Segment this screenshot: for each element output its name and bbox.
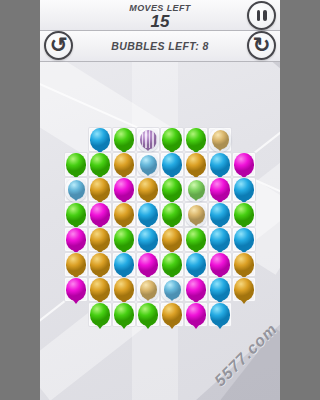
cell-r8c2[interactable]	[88, 302, 112, 327]
cell-r1c4[interactable]	[136, 127, 160, 152]
cell-r8c4[interactable]	[136, 302, 160, 327]
gold-balloon	[90, 253, 110, 276]
cell-r8c3[interactable]	[112, 302, 136, 327]
gold-balloon	[162, 303, 182, 326]
cell-r7c4[interactable]	[136, 277, 160, 302]
empty-r8c8	[232, 302, 256, 327]
gold-balloon	[140, 280, 157, 299]
magenta-balloon	[90, 203, 110, 226]
empty-r1c1	[64, 127, 88, 152]
cell-r5c8[interactable]	[232, 227, 256, 252]
gold-balloon	[186, 153, 206, 176]
cell-r7c3[interactable]	[112, 277, 136, 302]
cell-r2c5[interactable]	[160, 152, 184, 177]
cell-r7c5[interactable]	[160, 277, 184, 302]
gold-balloon	[212, 130, 229, 149]
cell-r2c7[interactable]	[208, 152, 232, 177]
blue-balloon	[234, 178, 254, 201]
redo-button[interactable]: ↻	[247, 31, 276, 60]
cell-r7c8[interactable]	[232, 277, 256, 302]
cell-r4c3[interactable]	[112, 202, 136, 227]
cell-r5c7[interactable]	[208, 227, 232, 252]
pause-button[interactable]	[247, 1, 276, 30]
cell-r5c2[interactable]	[88, 227, 112, 252]
cell-r4c7[interactable]	[208, 202, 232, 227]
cell-r5c1[interactable]	[64, 227, 88, 252]
cell-r3c7[interactable]	[208, 177, 232, 202]
gold-balloon	[234, 253, 254, 276]
bubble-shell	[137, 278, 159, 302]
cell-r7c7[interactable]	[208, 277, 232, 302]
bubble-shell	[209, 128, 231, 152]
cell-r4c2[interactable]	[88, 202, 112, 227]
gold-balloon	[90, 228, 110, 251]
cell-r5c3[interactable]	[112, 227, 136, 252]
cell-r3c6[interactable]	[184, 177, 208, 202]
blue-balloon	[140, 155, 157, 174]
green-balloon	[234, 203, 254, 226]
cell-r6c8[interactable]	[232, 252, 256, 277]
blue-balloon	[210, 203, 230, 226]
cell-r6c6[interactable]	[184, 252, 208, 277]
cell-r4c8[interactable]	[232, 202, 256, 227]
blue-balloon	[210, 153, 230, 176]
cell-r6c7[interactable]	[208, 252, 232, 277]
cell-r6c5[interactable]	[160, 252, 184, 277]
cell-r2c4[interactable]	[136, 152, 160, 177]
cell-r8c7[interactable]	[208, 302, 232, 327]
top-bar: MOVES LEFT 15	[40, 0, 280, 31]
cell-r4c5[interactable]	[160, 202, 184, 227]
cell-r1c2[interactable]	[88, 127, 112, 152]
magenta-balloon	[186, 303, 206, 326]
blue-balloon	[114, 253, 134, 276]
cell-r4c1[interactable]	[64, 202, 88, 227]
blue-balloon	[138, 203, 158, 226]
green-balloon	[90, 303, 110, 326]
blue-balloon	[210, 278, 230, 301]
bubble-shell	[185, 178, 207, 202]
magenta-balloon	[186, 278, 206, 301]
blue-balloon	[90, 128, 110, 151]
bubbles-left-label: BUBBLES LEFT: 8	[40, 40, 280, 52]
magenta-balloon	[66, 228, 86, 251]
gold-balloon	[90, 278, 110, 301]
cell-r1c7[interactable]	[208, 127, 232, 152]
blue-balloon	[164, 280, 181, 299]
bubble-shell	[137, 153, 159, 177]
cell-r6c3[interactable]	[112, 252, 136, 277]
green-balloon	[114, 303, 134, 326]
cell-r7c1[interactable]	[64, 277, 88, 302]
cell-r8c6[interactable]	[184, 302, 208, 327]
cell-r4c4[interactable]	[136, 202, 160, 227]
green-balloon	[66, 153, 86, 176]
bubble-shell	[185, 203, 207, 227]
green-balloon	[114, 228, 134, 251]
green-balloon	[90, 153, 110, 176]
cell-r7c6[interactable]	[184, 277, 208, 302]
game-screen: 5577.com MOVES LEFT 15 ↺ BUBBLES LEFT: 8…	[40, 0, 280, 400]
magenta-balloon	[66, 278, 86, 301]
cell-r1c5[interactable]	[160, 127, 184, 152]
cell-r2c3[interactable]	[112, 152, 136, 177]
magenta-balloon	[234, 153, 254, 176]
cell-r7c2[interactable]	[88, 277, 112, 302]
blue-balloon	[186, 253, 206, 276]
gold-balloon	[114, 203, 134, 226]
board	[64, 127, 256, 327]
green-balloon	[186, 228, 206, 251]
empty-r1c8	[232, 127, 256, 152]
magenta-balloon	[138, 253, 158, 276]
green-balloon	[162, 178, 182, 201]
cell-r8c5[interactable]	[160, 302, 184, 327]
green-balloon	[162, 253, 182, 276]
cell-r3c3[interactable]	[112, 177, 136, 202]
cell-r2c2[interactable]	[88, 152, 112, 177]
blue-balloon	[162, 153, 182, 176]
cell-r1c6[interactable]	[184, 127, 208, 152]
gold-balloon	[234, 278, 254, 301]
magenta-balloon	[210, 178, 230, 201]
blue-balloon	[210, 228, 230, 251]
cell-r5c4[interactable]	[136, 227, 160, 252]
green-balloon	[188, 180, 205, 199]
blue-balloon	[210, 303, 230, 326]
cell-r6c4[interactable]	[136, 252, 160, 277]
cell-r5c6[interactable]	[184, 227, 208, 252]
green-balloon	[162, 203, 182, 226]
blue-balloon	[68, 180, 85, 199]
green-balloon	[138, 303, 158, 326]
cell-r3c5[interactable]	[160, 177, 184, 202]
magenta-balloon	[210, 253, 230, 276]
green-balloon	[114, 128, 134, 151]
pause-icon	[257, 10, 267, 21]
cell-r3c4[interactable]	[136, 177, 160, 202]
cell-r3c2[interactable]	[88, 177, 112, 202]
green-balloon	[186, 128, 206, 151]
cell-r3c8[interactable]	[232, 177, 256, 202]
empty-r8c1	[64, 302, 88, 327]
green-balloon	[66, 203, 86, 226]
gold-balloon	[114, 278, 134, 301]
magenta-balloon	[114, 178, 134, 201]
bubble-shell	[161, 278, 183, 302]
cell-r2c1[interactable]	[64, 152, 88, 177]
gold-balloon	[138, 178, 158, 201]
blue-balloon	[234, 228, 254, 251]
cell-r6c1[interactable]	[64, 252, 88, 277]
moves-left-value: 15	[40, 13, 280, 30]
blue-balloon	[138, 228, 158, 251]
gold-balloon	[114, 153, 134, 176]
cell-r4c6[interactable]	[184, 202, 208, 227]
cell-r5c5[interactable]	[160, 227, 184, 252]
bubble-shell	[65, 178, 87, 202]
cell-r2c6[interactable]	[184, 152, 208, 177]
gold-balloon	[162, 228, 182, 251]
striped-purple-balloon	[140, 130, 157, 149]
gold-balloon	[66, 253, 86, 276]
cell-r2c8[interactable]	[232, 152, 256, 177]
cell-r1c3[interactable]	[112, 127, 136, 152]
moves-left-block: MOVES LEFT 15	[40, 0, 280, 30]
second-bar: ↺ BUBBLES LEFT: 8 ↻	[40, 31, 280, 62]
gold-balloon	[90, 178, 110, 201]
redo-icon: ↻	[253, 34, 271, 55]
cell-r6c2[interactable]	[88, 252, 112, 277]
green-balloon	[162, 128, 182, 151]
cell-r3c1[interactable]	[64, 177, 88, 202]
gold-balloon	[188, 205, 205, 224]
bubble-shell	[137, 128, 159, 152]
